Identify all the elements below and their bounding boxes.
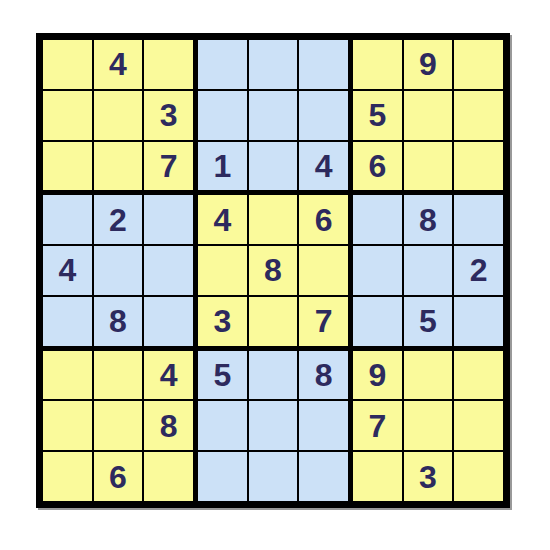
cell-r5c3[interactable] — [144, 246, 193, 295]
cell-r5c1-given: 4 — [43, 246, 92, 295]
cell-r2c4[interactable] — [198, 91, 247, 140]
cell-r8c2[interactable] — [94, 401, 143, 450]
cell-r1c4[interactable] — [198, 40, 247, 89]
cell-r4c2-given: 2 — [94, 195, 143, 244]
cell-r1c2-given: 4 — [94, 40, 143, 89]
cell-r9c5[interactable] — [249, 452, 298, 501]
cell-r6c3[interactable] — [144, 297, 193, 346]
cell-r5c9-given: 2 — [454, 246, 503, 295]
cell-r4c7[interactable] — [353, 195, 402, 244]
cell-r6c9[interactable] — [454, 297, 503, 346]
cell-r3c8[interactable] — [404, 142, 453, 191]
cell-r9c3[interactable] — [144, 452, 193, 501]
cell-r3c2[interactable] — [94, 142, 143, 191]
cell-r9c8-given: 3 — [404, 452, 453, 501]
cell-r6c2-given: 8 — [94, 297, 143, 346]
cell-r9c7[interactable] — [353, 452, 402, 501]
cell-r9c2-given: 6 — [94, 452, 143, 501]
cell-r7c8[interactable] — [404, 351, 453, 400]
cell-r2c9[interactable] — [454, 91, 503, 140]
cell-r8c4[interactable] — [198, 401, 247, 450]
cell-r6c5[interactable] — [249, 297, 298, 346]
cell-r2c7-given: 5 — [353, 91, 402, 140]
box-r1c1: 437 — [43, 40, 193, 190]
cell-r9c1[interactable] — [43, 452, 92, 501]
box-r1c3: 956 — [353, 40, 503, 190]
cell-r4c8-given: 8 — [404, 195, 453, 244]
cell-r9c6[interactable] — [299, 452, 348, 501]
page-background: 437149562484683782548658973 — [0, 0, 550, 550]
cell-r1c9[interactable] — [454, 40, 503, 89]
box-r2c1: 248 — [43, 195, 193, 345]
sudoku-board: 437149562484683782548658973 — [36, 33, 510, 508]
cell-r2c8[interactable] — [404, 91, 453, 140]
cell-r4c1[interactable] — [43, 195, 92, 244]
box-r3c2: 58 — [198, 351, 348, 501]
cell-r1c5[interactable] — [249, 40, 298, 89]
cell-r2c5[interactable] — [249, 91, 298, 140]
cell-r8c9[interactable] — [454, 401, 503, 450]
cell-r1c6[interactable] — [299, 40, 348, 89]
cell-r6c1[interactable] — [43, 297, 92, 346]
cell-r5c6[interactable] — [299, 246, 348, 295]
cell-r2c3-given: 3 — [144, 91, 193, 140]
cell-r8c3-given: 8 — [144, 401, 193, 450]
cell-r4c9[interactable] — [454, 195, 503, 244]
cell-r1c1[interactable] — [43, 40, 92, 89]
cell-r1c7[interactable] — [353, 40, 402, 89]
cell-r6c4-given: 3 — [198, 297, 247, 346]
cell-r3c4-given: 1 — [198, 142, 247, 191]
cell-r1c8-given: 9 — [404, 40, 453, 89]
cell-r4c6-given: 6 — [299, 195, 348, 244]
cell-r9c4[interactable] — [198, 452, 247, 501]
cell-r7c3-given: 4 — [144, 351, 193, 400]
cell-r3c7-given: 6 — [353, 142, 402, 191]
box-r3c3: 973 — [353, 351, 503, 501]
cell-r5c4[interactable] — [198, 246, 247, 295]
cell-r6c6-given: 7 — [299, 297, 348, 346]
cell-r2c2[interactable] — [94, 91, 143, 140]
cell-r3c6-given: 4 — [299, 142, 348, 191]
cell-r5c2[interactable] — [94, 246, 143, 295]
cell-r1c3[interactable] — [144, 40, 193, 89]
cell-r7c7-given: 9 — [353, 351, 402, 400]
cell-r6c7[interactable] — [353, 297, 402, 346]
cell-r8c6[interactable] — [299, 401, 348, 450]
box-r2c2: 46837 — [198, 195, 348, 345]
cell-r7c1[interactable] — [43, 351, 92, 400]
cell-r5c8[interactable] — [404, 246, 453, 295]
cell-r7c5[interactable] — [249, 351, 298, 400]
cell-r5c5-given: 8 — [249, 246, 298, 295]
cell-r5c7[interactable] — [353, 246, 402, 295]
cell-r3c5[interactable] — [249, 142, 298, 191]
cell-r2c6[interactable] — [299, 91, 348, 140]
cell-r4c5[interactable] — [249, 195, 298, 244]
cell-r4c4-given: 4 — [198, 195, 247, 244]
cell-r7c2[interactable] — [94, 351, 143, 400]
cell-r3c3-given: 7 — [144, 142, 193, 191]
cell-r2c1[interactable] — [43, 91, 92, 140]
box-r3c1: 486 — [43, 351, 193, 501]
cell-r8c5[interactable] — [249, 401, 298, 450]
cell-r6c8-given: 5 — [404, 297, 453, 346]
cell-r8c1[interactable] — [43, 401, 92, 450]
cell-r7c6-given: 8 — [299, 351, 348, 400]
cell-r9c9[interactable] — [454, 452, 503, 501]
cell-r3c1[interactable] — [43, 142, 92, 191]
cell-r7c9[interactable] — [454, 351, 503, 400]
cell-r3c9[interactable] — [454, 142, 503, 191]
cell-r8c7-given: 7 — [353, 401, 402, 450]
cell-r4c3[interactable] — [144, 195, 193, 244]
box-r1c2: 14 — [198, 40, 348, 190]
cell-r7c4-given: 5 — [198, 351, 247, 400]
cell-r8c8[interactable] — [404, 401, 453, 450]
box-r2c3: 825 — [353, 195, 503, 345]
